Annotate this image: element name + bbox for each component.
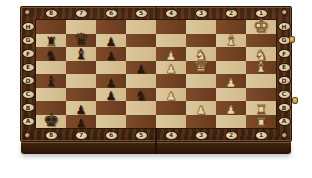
- coordinate-medallion: C: [278, 90, 291, 99]
- coordinate-medallion: C: [22, 90, 35, 99]
- coordinate-medallion: 5: [135, 9, 148, 18]
- coordinate-medallion: 8: [45, 9, 58, 18]
- coordinate-medallion: 2: [225, 9, 238, 18]
- coordinate-medallion: D: [22, 76, 35, 85]
- coordinate-strip-left: HGFEDCBA: [22, 20, 35, 128]
- square-d3: [186, 74, 216, 88]
- coordinate-medallion: 3: [195, 9, 208, 18]
- square-e2: [216, 61, 246, 75]
- square-f3: ♞: [186, 47, 216, 61]
- chess-board: 87654321 87654321 HGFEDCBA HGFEDCBA ♚♜♛♟…: [20, 6, 292, 142]
- coordinate-medallion: 6: [105, 131, 118, 140]
- square-c8: [36, 88, 66, 102]
- square-d6: ♟: [96, 74, 126, 88]
- square-f4: ♟: [156, 47, 186, 61]
- square-b4: [156, 101, 186, 115]
- square-h6: [96, 20, 126, 34]
- piece-black-king: ♚: [36, 111, 66, 129]
- square-e4: ♟: [156, 61, 186, 75]
- coordinate-medallion: 6: [105, 9, 118, 18]
- square-f8: ♞: [36, 47, 66, 61]
- square-b1: ♜: [246, 101, 276, 115]
- coordinate-medallion: E: [278, 63, 291, 72]
- square-d5: [126, 74, 156, 88]
- corner-rosette: [281, 132, 288, 139]
- coordinate-medallion: A: [278, 117, 291, 126]
- product-photo-stage: 87654321 87654321 HGFEDCBA HGFEDCBA ♚♜♛♟…: [0, 0, 312, 178]
- square-a5: [126, 115, 156, 129]
- piece-black-knight: ♞: [126, 88, 156, 102]
- square-h1: ♚: [246, 20, 276, 34]
- square-e5: ♟: [126, 61, 156, 75]
- square-e7: [66, 61, 96, 75]
- square-a3: [186, 115, 216, 129]
- coordinate-medallion: 1: [255, 9, 268, 18]
- square-a4: [156, 115, 186, 129]
- square-b2: ♟: [216, 101, 246, 115]
- square-c6: ♟: [96, 88, 126, 102]
- square-g5: [126, 34, 156, 48]
- piece-black-pawn: ♟: [66, 117, 96, 129]
- square-a2: [216, 115, 246, 129]
- piece-black-queen: ♛: [66, 31, 96, 48]
- piece-white-rook: ♜: [246, 116, 276, 129]
- piece-white-knight: ♞: [186, 48, 216, 62]
- square-b8: [36, 101, 66, 115]
- coordinate-medallion: H: [278, 22, 291, 31]
- square-c3: [186, 88, 216, 102]
- coordinate-medallion: H: [22, 22, 35, 31]
- square-e8: [36, 61, 66, 75]
- corner-rosette: [24, 9, 31, 16]
- brass-clasp-icon: [289, 36, 295, 43]
- piece-black-bishop: ♝: [66, 47, 96, 62]
- square-c1: [246, 88, 276, 102]
- corner-rosette: [24, 132, 31, 139]
- coordinate-medallion: F: [22, 49, 35, 58]
- square-h5: [126, 20, 156, 34]
- coordinate-medallion: 1: [255, 131, 268, 140]
- coordinate-medallion: A: [22, 117, 35, 126]
- coordinate-medallion: D: [278, 76, 291, 85]
- coordinate-medallion: 4: [165, 9, 178, 18]
- piece-black-bishop: ♝: [36, 74, 66, 89]
- square-f2: [216, 47, 246, 61]
- square-d4: [156, 74, 186, 88]
- piece-white-bishop: ♝: [246, 60, 276, 75]
- piece-white-knight: ♞: [246, 48, 276, 62]
- coordinate-medallion: B: [22, 103, 35, 112]
- square-b3: ♟: [186, 101, 216, 115]
- square-f6: ♟: [96, 47, 126, 61]
- square-g8: ♜: [36, 34, 66, 48]
- square-g3: [186, 34, 216, 48]
- coordinate-medallion: E: [22, 63, 35, 72]
- square-d7: [66, 74, 96, 88]
- piece-white-bishop: ♝: [216, 33, 246, 48]
- coordinate-medallion: G: [22, 36, 35, 45]
- coordinate-medallion: 3: [195, 131, 208, 140]
- square-b6: [96, 101, 126, 115]
- square-a1: ♜: [246, 115, 276, 129]
- square-g6: ♟: [96, 34, 126, 48]
- square-d8: ♝: [36, 74, 66, 88]
- coordinate-medallion: 7: [75, 9, 88, 18]
- square-h4: [156, 20, 186, 34]
- coordinate-medallion: 4: [165, 131, 178, 140]
- square-e3: ♛: [186, 61, 216, 75]
- piece-white-queen: ♛: [186, 58, 216, 75]
- coordinate-medallion: 2: [225, 131, 238, 140]
- square-a8: ♚: [36, 115, 66, 129]
- square-g4: [156, 34, 186, 48]
- coordinate-medallion: 8: [45, 131, 58, 140]
- square-b5: [126, 101, 156, 115]
- coordinate-medallion: 5: [135, 131, 148, 140]
- piece-black-knight: ♞: [36, 48, 66, 62]
- corner-rosette: [281, 9, 288, 16]
- square-e6: [96, 61, 126, 75]
- square-c7: [66, 88, 96, 102]
- square-f5: [126, 47, 156, 61]
- brass-clasp-icon: [292, 97, 298, 104]
- square-h2: [216, 20, 246, 34]
- square-d2: ♟: [216, 74, 246, 88]
- square-g1: [246, 34, 276, 48]
- coordinate-medallion: F: [278, 49, 291, 58]
- square-a6: [96, 115, 126, 129]
- coordinate-medallion: B: [278, 103, 291, 112]
- square-e1: ♝: [246, 61, 276, 75]
- square-g7: ♛: [66, 34, 96, 48]
- square-h7: [66, 20, 96, 34]
- square-g2: ♝: [216, 34, 246, 48]
- square-h8: [36, 20, 66, 34]
- square-b7: ♟: [66, 101, 96, 115]
- piece-white-king: ♚: [246, 17, 276, 35]
- square-c5: ♞: [126, 88, 156, 102]
- square-c2: [216, 88, 246, 102]
- square-f1: ♞: [246, 47, 276, 61]
- coordinate-medallion: 7: [75, 131, 88, 140]
- square-a7: ♟: [66, 115, 96, 129]
- square-c4: ♟: [156, 88, 186, 102]
- square-f7: ♝: [66, 47, 96, 61]
- square-h3: [186, 20, 216, 34]
- square-d1: [246, 74, 276, 88]
- playing-area: ♚♜♛♟♝♞♝♟♟♞♞♟♟♛♝♝♟♟♟♞♟♟♟♟♜♚♟♜: [36, 20, 276, 128]
